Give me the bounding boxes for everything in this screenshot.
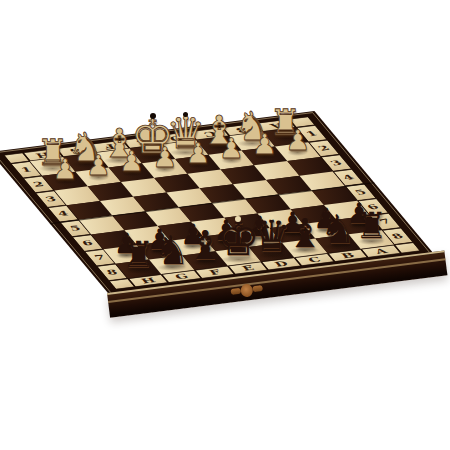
- rank-label-text: 3: [44, 196, 58, 203]
- file-label-text: G: [68, 147, 85, 155]
- rank-label-text: 8: [390, 233, 406, 241]
- rank-label-text: 4: [56, 210, 70, 217]
- rank-label-text: 7: [378, 218, 394, 226]
- file-label-text: D: [167, 134, 184, 142]
- rank-label-text: 5: [353, 189, 369, 197]
- file-label-text: B: [339, 252, 356, 260]
- rank-label-text: 6: [81, 240, 95, 247]
- white-queen-finial: [183, 112, 188, 117]
- file-label-text: G: [173, 273, 190, 281]
- rank-label-text: 8: [105, 269, 119, 276]
- file-label-text: F: [207, 269, 222, 276]
- rank-label-text: 6: [365, 203, 381, 211]
- file-label-text: F: [102, 143, 117, 150]
- clasp-left-wing: [231, 288, 242, 295]
- rank-label-text: 2: [316, 145, 332, 153]
- white-king-finial: [150, 113, 156, 119]
- file-label-text: C: [306, 256, 322, 263]
- file-label-text: A: [373, 247, 389, 254]
- rank-label-text: 2: [32, 181, 46, 188]
- clasp-right-wing: [253, 285, 264, 292]
- rank-label-text: 1: [20, 166, 34, 173]
- rank-label-text: 1: [304, 130, 320, 138]
- rank-label-text: 4: [341, 174, 357, 182]
- rank-label-text: 7: [93, 254, 107, 261]
- chess-set-photo: HGFEDCBA1122334455667788HGFEDCBA ♜♞♝♚♛♝♞…: [0, 0, 450, 450]
- file-label-text: A: [268, 122, 284, 129]
- file-label-text: E: [135, 138, 151, 145]
- file-label-text: E: [240, 264, 256, 271]
- file-label-text: D: [273, 260, 290, 268]
- rank-label-text: 3: [329, 159, 345, 167]
- file-label-text: C: [201, 130, 217, 137]
- brass-clasp: [230, 282, 263, 299]
- rank-label-text: 5: [69, 225, 83, 232]
- file-label-text: B: [234, 126, 251, 134]
- file-label-text: H: [139, 277, 157, 285]
- file-label-text: H: [34, 151, 52, 159]
- clasp-center: [240, 283, 254, 297]
